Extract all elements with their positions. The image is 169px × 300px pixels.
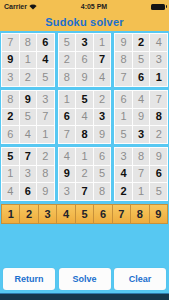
cell-r9c3[interactable]: 9 [37,183,54,200]
cell-r6c1[interactable]: 6 [2,126,19,143]
cell-r7c6[interactable]: 6 [94,148,111,165]
cell-r8c5[interactable]: 2 [76,166,93,183]
cell-r4c7[interactable]: 6 [115,91,132,108]
cell-r9c5[interactable]: 7 [76,183,93,200]
cell-r1c2[interactable]: 8 [20,34,37,51]
cell-r1c1[interactable]: 7 [2,34,19,51]
box-1-3: 924853761 [114,33,168,87]
box-3-2: 416925378 [58,147,112,201]
cell-r5c5[interactable]: 4 [76,109,93,126]
title-bar: Sudoku solver [0,13,169,31]
cell-r6c4[interactable]: 7 [59,126,76,143]
cell-r9c7[interactable]: 2 [115,183,132,200]
cell-r1c6[interactable]: 1 [94,34,111,51]
cell-r8c6[interactable]: 5 [94,166,111,183]
cell-r2c9[interactable]: 3 [150,52,167,69]
cell-r6c3[interactable]: 1 [37,126,54,143]
return-button[interactable]: Return [3,268,55,290]
cell-r6c2[interactable]: 4 [20,126,37,143]
numpad-button-7[interactable]: 7 [113,205,130,223]
cell-r5c1[interactable]: 2 [2,109,19,126]
box-2-2: 152643789 [58,90,112,144]
numpad-button-1[interactable]: 1 [2,205,19,223]
cell-r7c2[interactable]: 7 [20,148,37,165]
cell-r9c2[interactable]: 6 [20,183,37,200]
cell-r8c1[interactable]: 1 [2,166,19,183]
box-3-1: 572138469 [1,147,55,201]
numpad-button-6[interactable]: 6 [94,205,111,223]
cell-r7c5[interactable]: 1 [76,148,93,165]
cell-r5c3[interactable]: 7 [37,109,54,126]
battery-icon [151,4,165,10]
box-1-2: 531267894 [58,33,112,87]
cell-r3c9[interactable]: 1 [150,69,167,86]
cell-r5c4[interactable]: 6 [59,109,76,126]
time-label: 4:05 PM [81,3,107,10]
numpad-button-2[interactable]: 2 [20,205,37,223]
cell-r1c7[interactable]: 9 [115,34,132,51]
cell-r9c1[interactable]: 4 [2,183,19,200]
status-bar: Carrier 4:05 PM [0,0,169,13]
cell-r2c7[interactable]: 8 [115,52,132,69]
cell-r4c4[interactable]: 1 [59,91,76,108]
numpad-button-3[interactable]: 3 [39,205,56,223]
cell-r7c8[interactable]: 8 [133,148,150,165]
cell-r8c8[interactable]: 7 [133,166,150,183]
cell-r7c1[interactable]: 5 [2,148,19,165]
app-window: Carrier 4:05 PM Sudoku solver 7869143255… [0,0,169,300]
cell-r8c4[interactable]: 9 [59,166,76,183]
cell-r8c7[interactable]: 4 [115,166,132,183]
numpad-button-9[interactable]: 9 [150,205,167,223]
cell-r2c8[interactable]: 5 [133,52,150,69]
cell-r8c3[interactable]: 8 [37,166,54,183]
box-1-1: 786914325 [1,33,55,87]
cell-r6c5[interactable]: 8 [76,126,93,143]
cell-r1c4[interactable]: 5 [59,34,76,51]
cell-r4c6[interactable]: 2 [94,91,111,108]
cell-r1c8[interactable]: 2 [133,34,150,51]
cell-r8c9[interactable]: 6 [150,166,167,183]
cell-r7c9[interactable]: 9 [150,148,167,165]
numpad-button-8[interactable]: 8 [131,205,148,223]
action-bar: Return Solve Clear [0,268,169,290]
cell-r1c9[interactable]: 4 [150,34,167,51]
cell-r5c9[interactable]: 8 [150,109,167,126]
numpad-button-5[interactable]: 5 [76,205,93,223]
cell-r2c4[interactable]: 2 [59,52,76,69]
cell-r9c8[interactable]: 1 [133,183,150,200]
cell-r3c3[interactable]: 5 [37,69,54,86]
cell-r2c1[interactable]: 9 [2,52,19,69]
cell-r6c8[interactable]: 3 [133,126,150,143]
cell-r2c3[interactable]: 4 [37,52,54,69]
cell-r7c7[interactable]: 3 [115,148,132,165]
cell-r5c6[interactable]: 3 [94,109,111,126]
status-left: Carrier [4,3,37,10]
background-spacer [0,224,169,268]
cell-r4c2[interactable]: 9 [20,91,37,108]
cell-r4c9[interactable]: 7 [150,91,167,108]
number-pad: 123456789 [1,204,168,224]
cell-r9c9[interactable]: 5 [150,183,167,200]
cell-r6c9[interactable]: 2 [150,126,167,143]
cell-r5c7[interactable]: 1 [115,109,132,126]
cell-r1c5[interactable]: 3 [76,34,93,51]
box-2-3: 647198532 [114,90,168,144]
sudoku-board: 7869143255312678949248537618932576411526… [1,33,168,201]
cell-r4c3[interactable]: 3 [37,91,54,108]
page-title: Sudoku solver [45,16,123,28]
carrier-label: Carrier [4,3,27,10]
box-2-1: 893257641 [1,90,55,144]
bottom-bar [0,293,169,300]
cell-r9c6[interactable]: 8 [94,183,111,200]
cell-r5c8[interactable]: 9 [133,109,150,126]
cell-r4c1[interactable]: 8 [2,91,19,108]
cell-r6c6[interactable]: 9 [94,126,111,143]
cell-r1c3[interactable]: 6 [37,34,54,51]
cell-r4c8[interactable]: 4 [133,91,150,108]
numpad-button-4[interactable]: 4 [57,205,74,223]
cell-r6c7[interactable]: 5 [115,126,132,143]
cell-r3c2[interactable]: 2 [20,69,37,86]
cell-r3c7[interactable]: 7 [115,69,132,86]
cell-r4c5[interactable]: 5 [76,91,93,108]
cell-r3c1[interactable]: 3 [2,69,19,86]
solve-button[interactable]: Solve [59,268,111,290]
cell-r5c2[interactable]: 5 [20,109,37,126]
cell-r2c6[interactable]: 7 [94,52,111,69]
cell-r7c4[interactable]: 4 [59,148,76,165]
cell-r9c4[interactable]: 3 [59,183,76,200]
cell-r2c5[interactable]: 6 [76,52,93,69]
wifi-icon [29,3,37,10]
cell-r2c2[interactable]: 1 [20,52,37,69]
cell-r3c8[interactable]: 6 [133,69,150,86]
cell-r3c5[interactable]: 9 [76,69,93,86]
box-3-3: 389476215 [114,147,168,201]
cell-r8c2[interactable]: 3 [20,166,37,183]
clear-button[interactable]: Clear [114,268,166,290]
cell-r7c3[interactable]: 2 [37,148,54,165]
cell-r3c6[interactable]: 4 [94,69,111,86]
cell-r3c4[interactable]: 8 [59,69,76,86]
